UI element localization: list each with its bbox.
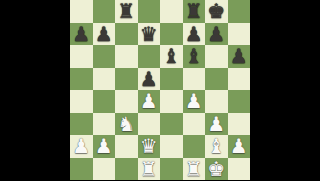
square-h3[interactable] (228, 113, 251, 136)
square-f1[interactable]: ♜ (183, 158, 206, 181)
square-f3[interactable] (183, 113, 206, 136)
square-h5[interactable] (228, 68, 251, 91)
square-b3[interactable] (93, 113, 116, 136)
square-b4[interactable] (93, 90, 116, 113)
square-h6[interactable]: ♟ (228, 45, 251, 68)
square-e5[interactable] (160, 68, 183, 91)
chess-app-screen: ♜♜♚♟♟♛♟♟♝♝♟♟♟♟♞♟♟♟♛♝♟♜♜♚ (0, 0, 320, 180)
white-rook[interactable]: ♜ (140, 158, 158, 180)
square-e3[interactable] (160, 113, 183, 136)
square-a7[interactable]: ♟ (70, 23, 93, 46)
black-pawn[interactable]: ♟ (207, 23, 225, 45)
black-pawn[interactable]: ♟ (140, 68, 158, 90)
chess-board: ♜♜♚♟♟♛♟♟♝♝♟♟♟♟♞♟♟♟♛♝♟♜♜♚ (70, 0, 250, 180)
black-queen[interactable]: ♛ (140, 23, 158, 45)
square-h8[interactable] (228, 0, 251, 23)
square-f5[interactable] (183, 68, 206, 91)
black-rook[interactable]: ♜ (185, 0, 203, 22)
square-a6[interactable] (70, 45, 93, 68)
square-b6[interactable] (93, 45, 116, 68)
square-b8[interactable] (93, 0, 116, 23)
white-knight[interactable]: ♞ (117, 113, 135, 135)
square-c5[interactable] (115, 68, 138, 91)
square-c2[interactable] (115, 135, 138, 158)
square-h1[interactable] (228, 158, 251, 181)
black-bishop[interactable]: ♝ (185, 45, 203, 67)
square-h2[interactable]: ♟ (228, 135, 251, 158)
square-b7[interactable]: ♟ (93, 23, 116, 46)
black-rook[interactable]: ♜ (117, 0, 135, 22)
square-c4[interactable] (115, 90, 138, 113)
square-f7[interactable]: ♟ (183, 23, 206, 46)
square-f6[interactable]: ♝ (183, 45, 206, 68)
square-e6[interactable]: ♝ (160, 45, 183, 68)
white-pawn[interactable]: ♟ (207, 113, 225, 135)
square-f8[interactable]: ♜ (183, 0, 206, 23)
square-e4[interactable] (160, 90, 183, 113)
square-d2[interactable]: ♛ (138, 135, 161, 158)
square-c7[interactable] (115, 23, 138, 46)
black-bishop[interactable]: ♝ (162, 45, 180, 67)
white-pawn[interactable]: ♟ (95, 135, 113, 157)
square-d8[interactable] (138, 0, 161, 23)
square-g5[interactable] (205, 68, 228, 91)
square-b2[interactable]: ♟ (93, 135, 116, 158)
square-c6[interactable] (115, 45, 138, 68)
square-a3[interactable] (70, 113, 93, 136)
square-g2[interactable]: ♝ (205, 135, 228, 158)
square-e7[interactable] (160, 23, 183, 46)
black-king[interactable]: ♚ (207, 0, 225, 22)
square-d1[interactable]: ♜ (138, 158, 161, 181)
square-h4[interactable] (228, 90, 251, 113)
square-f2[interactable] (183, 135, 206, 158)
white-rook[interactable]: ♜ (185, 158, 203, 180)
black-pawn[interactable]: ♟ (72, 23, 90, 45)
square-b1[interactable] (93, 158, 116, 181)
square-g7[interactable]: ♟ (205, 23, 228, 46)
square-h7[interactable] (228, 23, 251, 46)
white-pawn[interactable]: ♟ (185, 90, 203, 112)
square-d3[interactable] (138, 113, 161, 136)
square-e2[interactable] (160, 135, 183, 158)
square-a5[interactable] (70, 68, 93, 91)
square-g1[interactable]: ♚ (205, 158, 228, 181)
square-c3[interactable]: ♞ (115, 113, 138, 136)
square-e1[interactable] (160, 158, 183, 181)
black-pawn[interactable]: ♟ (95, 23, 113, 45)
square-a8[interactable] (70, 0, 93, 23)
square-g8[interactable]: ♚ (205, 0, 228, 23)
square-g4[interactable] (205, 90, 228, 113)
white-queen[interactable]: ♛ (140, 135, 158, 157)
square-b5[interactable] (93, 68, 116, 91)
black-pawn[interactable]: ♟ (230, 45, 248, 67)
white-pawn[interactable]: ♟ (140, 90, 158, 112)
square-a1[interactable] (70, 158, 93, 181)
square-g6[interactable] (205, 45, 228, 68)
square-g3[interactable]: ♟ (205, 113, 228, 136)
square-d7[interactable]: ♛ (138, 23, 161, 46)
white-king[interactable]: ♚ (207, 158, 225, 180)
square-d6[interactable] (138, 45, 161, 68)
square-d5[interactable]: ♟ (138, 68, 161, 91)
square-f4[interactable]: ♟ (183, 90, 206, 113)
square-c1[interactable] (115, 158, 138, 181)
square-e8[interactable] (160, 0, 183, 23)
white-pawn[interactable]: ♟ (230, 135, 248, 157)
square-a4[interactable] (70, 90, 93, 113)
square-d4[interactable]: ♟ (138, 90, 161, 113)
square-c8[interactable]: ♜ (115, 0, 138, 23)
square-a2[interactable]: ♟ (70, 135, 93, 158)
white-pawn[interactable]: ♟ (72, 135, 90, 157)
black-pawn[interactable]: ♟ (185, 23, 203, 45)
white-bishop[interactable]: ♝ (207, 135, 225, 157)
